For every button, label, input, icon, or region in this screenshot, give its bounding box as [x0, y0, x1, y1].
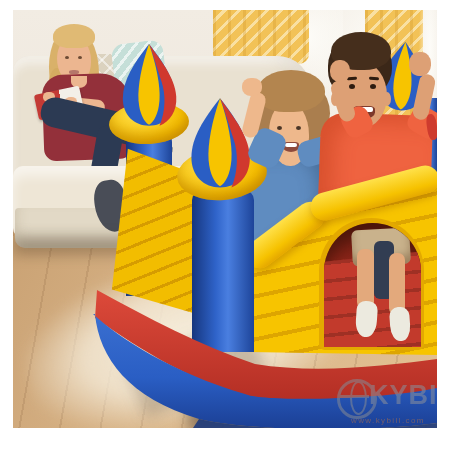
watermark: KYBILL www.kybill.com [323, 370, 437, 428]
castle-base [13, 10, 437, 428]
product-photo-canvas: KYBILL www.kybill.com [0, 0, 450, 450]
photo: KYBILL www.kybill.com [13, 10, 437, 428]
watermark-brand-text: KYBILL [369, 380, 437, 411]
watermark-url-text: www.kybill.com [351, 416, 425, 425]
